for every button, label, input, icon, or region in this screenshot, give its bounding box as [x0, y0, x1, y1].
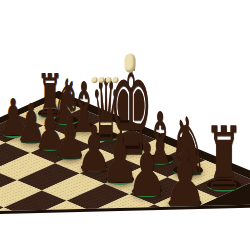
coronet-bead [99, 77, 105, 83]
board-front-edge [0, 204, 250, 250]
queen-coronet-beads [92, 77, 119, 83]
coronet-bead [113, 77, 119, 83]
coronet-bead [92, 77, 98, 83]
chess-set-photo: ♜♞♝♛♚♝♞♜♟♟♟♟♟♟♟♟ [0, 0, 250, 250]
king-finial [125, 54, 136, 73]
piece-black-pawn-g7: ♟ [127, 134, 167, 207]
piece-black-rook-h8: ♜ [204, 116, 243, 204]
coronet-bead [106, 77, 112, 83]
